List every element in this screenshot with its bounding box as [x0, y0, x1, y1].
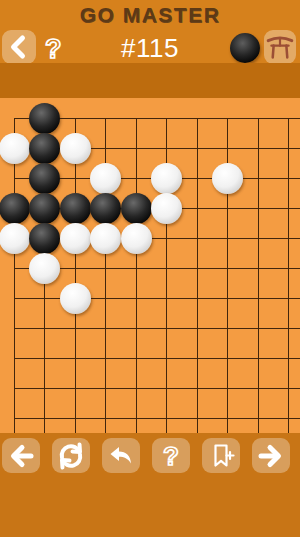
- board[interactable]: [0, 98, 300, 433]
- previous-button[interactable]: [2, 438, 40, 473]
- grid-line-vertical: [75, 118, 76, 433]
- white-stone: [29, 253, 60, 284]
- white-stone: [60, 223, 91, 254]
- black-stone: [0, 193, 30, 224]
- black-stone: [60, 193, 91, 224]
- question-icon: ?: [163, 443, 179, 469]
- black-stone: [29, 223, 60, 254]
- black-stone: [90, 193, 121, 224]
- app-frame: GO MASTER ? #115: [0, 0, 300, 537]
- torii-gate-icon: [265, 31, 295, 63]
- white-stone: [0, 133, 30, 164]
- bookmark-button[interactable]: [202, 438, 240, 473]
- grid-line-vertical: [14, 118, 15, 433]
- grid-line-vertical: [197, 118, 198, 433]
- board-top-band: [0, 63, 300, 98]
- refresh-icon: [55, 440, 87, 472]
- black-stone: [29, 133, 60, 164]
- undo-arrow-icon: [105, 440, 137, 472]
- white-stone: [60, 133, 91, 164]
- hint-button[interactable]: ?: [152, 438, 190, 473]
- arrow-right-icon: [255, 440, 287, 472]
- black-stone: [29, 163, 60, 194]
- white-stone: [151, 163, 182, 194]
- white-stone: [60, 283, 91, 314]
- toolbar: ?: [0, 433, 300, 537]
- header: GO MASTER ? #115: [0, 0, 300, 63]
- black-stone: [29, 193, 60, 224]
- black-stone: [29, 103, 60, 134]
- black-stone: [121, 193, 152, 224]
- grid-line-vertical: [258, 118, 259, 433]
- white-stone: [121, 223, 152, 254]
- white-stone: [90, 223, 121, 254]
- bookmark-plus-icon: [205, 440, 237, 472]
- white-stone: [90, 163, 121, 194]
- next-button[interactable]: [252, 438, 290, 473]
- white-stone: [0, 223, 30, 254]
- undo-button[interactable]: [102, 438, 140, 473]
- white-stone: [151, 193, 182, 224]
- grid-line-vertical: [288, 118, 289, 433]
- white-stone: [212, 163, 243, 194]
- page-title: GO MASTER: [0, 3, 300, 27]
- black-to-move-stone-icon: [230, 33, 260, 63]
- shrine-button[interactable]: [264, 30, 296, 64]
- restart-button[interactable]: [52, 438, 90, 473]
- grid-line-vertical: [136, 118, 137, 433]
- arrow-left-icon: [5, 440, 37, 472]
